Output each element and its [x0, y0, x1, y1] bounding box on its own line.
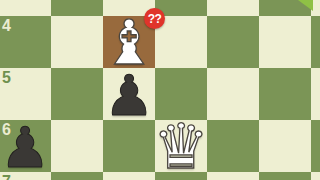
square-g4[interactable]	[51, 16, 103, 68]
square-b5[interactable]	[311, 68, 320, 120]
square-c7[interactable]	[259, 172, 311, 180]
board-viewport: 4♝5♟6♟♛7 ??	[0, 0, 320, 180]
square-c4[interactable]	[259, 16, 311, 68]
square-h3[interactable]	[0, 0, 51, 16]
rank-label-4: 4	[2, 17, 11, 35]
square-c6[interactable]	[259, 120, 311, 172]
piece-white-queen-e6[interactable]: ♛	[155, 121, 207, 173]
square-d5[interactable]	[207, 68, 259, 120]
square-d7[interactable]	[207, 172, 259, 180]
square-h4[interactable]: 4	[0, 16, 51, 68]
square-h5[interactable]: 5	[0, 68, 51, 120]
piece-black-pawn-f5[interactable]: ♟	[103, 70, 155, 122]
blunder-badge: ??	[144, 8, 165, 29]
square-d4[interactable]	[207, 16, 259, 68]
square-d6[interactable]	[207, 120, 259, 172]
square-b6[interactable]	[311, 120, 320, 172]
square-g6[interactable]	[51, 120, 103, 172]
piece-black-pawn-h6[interactable]: ♟	[0, 122, 51, 174]
square-g3[interactable]	[51, 0, 103, 16]
square-b7[interactable]	[311, 172, 320, 180]
square-g5[interactable]	[51, 68, 103, 120]
square-c5[interactable]	[259, 68, 311, 120]
square-g7[interactable]	[51, 172, 103, 180]
rank-label-5: 5	[2, 69, 11, 87]
square-d3[interactable]	[207, 0, 259, 16]
square-h6[interactable]: 6♟	[0, 120, 51, 172]
square-f7[interactable]	[103, 172, 155, 180]
square-e6[interactable]: ♛	[155, 120, 207, 172]
square-b4[interactable]	[311, 16, 320, 68]
square-f5[interactable]: ♟	[103, 68, 155, 120]
